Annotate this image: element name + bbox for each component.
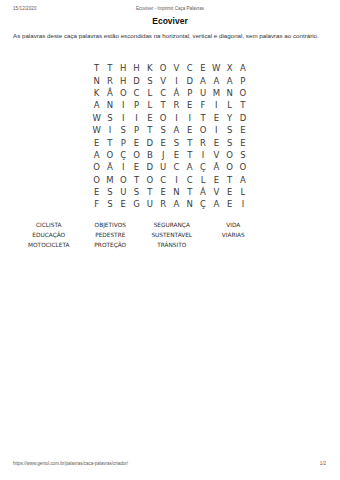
- grid-cell-r4c1: A: [90, 99, 103, 111]
- grid-cell-r12c3: E: [117, 198, 130, 210]
- word-list-item: EDUCAÇÃO: [18, 230, 80, 240]
- grid-cell-r6c12: E: [236, 124, 249, 136]
- grid-cell-r11c3: U: [117, 186, 130, 198]
- grid-cell-r6c11: S: [223, 124, 236, 136]
- grid-cell-r6c9: O: [196, 124, 209, 136]
- grid-cell-r6c2: I: [103, 124, 116, 136]
- grid-cell-r1c4: H: [130, 62, 143, 74]
- grid-cell-r2c7: I: [170, 74, 183, 86]
- grid-cell-r9c10: Ã: [210, 161, 223, 173]
- grid-cell-r9c1: O: [90, 161, 103, 173]
- grid-cell-r4c12: T: [236, 99, 249, 111]
- grid-cell-r11c10: V: [210, 186, 223, 198]
- grid-cell-r11c2: S: [103, 186, 116, 198]
- grid-cell-r4c8: E: [183, 99, 196, 111]
- grid-cell-r5c11: Y: [223, 112, 236, 124]
- grid-cell-r8c12: S: [236, 149, 249, 161]
- grid-cell-r11c6: E: [156, 186, 169, 198]
- grid-cell-r4c9: F: [196, 99, 209, 111]
- grid-cell-r10c5: O: [143, 174, 156, 186]
- word-search-grid: TTHHKOVCEWXANRHDSVIDAAAPKÂOCLCÁPUMNOANIP…: [90, 62, 250, 211]
- word-list-column-4: VIDAVIÁRIAS: [203, 220, 265, 240]
- grid-cell-r3c9: U: [196, 87, 209, 99]
- grid-cell-r1c5: K: [143, 62, 156, 74]
- grid-cell-r10c8: C: [183, 174, 196, 186]
- grid-cell-r12c1: F: [90, 198, 103, 210]
- grid-cell-r10c7: I: [170, 174, 183, 186]
- grid-cell-r10c4: T: [130, 174, 143, 186]
- grid-cell-r6c3: S: [117, 124, 130, 136]
- grid-cell-r10c9: L: [196, 174, 209, 186]
- grid-cell-r5c2: S: [103, 112, 116, 124]
- grid-cell-r9c2: Ã: [103, 161, 116, 173]
- word-list-item: PROTEÇÃO: [80, 240, 142, 250]
- grid-cell-r2c3: H: [117, 74, 130, 86]
- grid-cell-r2c4: D: [130, 74, 143, 86]
- word-list-item: VIÁRIAS: [203, 230, 265, 240]
- grid-cell-r10c12: A: [236, 174, 249, 186]
- grid-cell-r2c9: A: [196, 74, 209, 86]
- grid-cell-r4c6: T: [156, 99, 169, 111]
- grid-cell-r8c9: I: [196, 149, 209, 161]
- grid-cell-r9c7: C: [170, 161, 183, 173]
- grid-cell-r7c5: D: [143, 136, 156, 148]
- word-list: CICLISTAEDUCAÇÃOMOTOCICLETAOBJETIVOSPEDE…: [18, 220, 264, 250]
- printed-page: 15/12/2020 Ecoviver - Imprimir Caça Pala…: [0, 0, 340, 480]
- grid-cell-r5c10: E: [210, 112, 223, 124]
- grid-cell-r5c12: D: [236, 112, 249, 124]
- grid-cell-r3c5: L: [143, 87, 156, 99]
- grid-cell-r11c1: E: [90, 186, 103, 198]
- grid-cell-r6c5: T: [143, 124, 156, 136]
- grid-cell-r5c3: I: [117, 112, 130, 124]
- grid-cell-r7c4: E: [130, 136, 143, 148]
- grid-cell-r12c6: R: [156, 198, 169, 210]
- grid-cell-r12c4: G: [130, 198, 143, 210]
- grid-cell-r6c8: E: [183, 124, 196, 136]
- grid-cell-r6c1: W: [90, 124, 103, 136]
- grid-cell-r3c7: Á: [170, 87, 183, 99]
- grid-cell-r5c8: I: [183, 112, 196, 124]
- grid-cell-r3c11: N: [223, 87, 236, 99]
- grid-cell-r6c7: A: [170, 124, 183, 136]
- grid-cell-r11c12: L: [236, 186, 249, 198]
- grid-cell-r3c8: P: [183, 87, 196, 99]
- grid-cell-r11c9: Á: [196, 186, 209, 198]
- grid-cell-r7c7: S: [170, 136, 183, 148]
- grid-cell-r12c2: S: [103, 198, 116, 210]
- word-list-item: SUSTENTÁVEL: [141, 230, 203, 240]
- grid-cell-r2c8: D: [183, 74, 196, 86]
- grid-cell-r12c10: A: [210, 198, 223, 210]
- grid-cell-r5c1: W: [90, 112, 103, 124]
- word-list-column-2: OBJETIVOSPEDESTREPROTEÇÃO: [80, 220, 142, 250]
- grid-cell-r2c5: S: [143, 74, 156, 86]
- grid-cell-r7c8: T: [183, 136, 196, 148]
- grid-cell-r7c1: E: [90, 136, 103, 148]
- word-list-item: OBJETIVOS: [80, 220, 142, 230]
- grid-cell-r4c5: L: [143, 99, 156, 111]
- grid-cell-r8c5: B: [143, 149, 156, 161]
- grid-cell-r7c3: P: [117, 136, 130, 148]
- grid-cell-r3c6: C: [156, 87, 169, 99]
- grid-cell-r1c12: A: [236, 62, 249, 74]
- word-list-item: MOTOCICLETA: [18, 240, 80, 250]
- grid-cell-r2c2: R: [103, 74, 116, 86]
- grid-cell-r12c9: Ç: [196, 198, 209, 210]
- grid-cell-r12c8: N: [183, 198, 196, 210]
- grid-cell-r11c11: E: [223, 186, 236, 198]
- grid-cell-r1c2: T: [103, 62, 116, 74]
- grid-cell-r10c1: O: [90, 174, 103, 186]
- grid-cell-r5c6: O: [156, 112, 169, 124]
- grid-cell-r7c6: E: [156, 136, 169, 148]
- grid-cell-r4c10: I: [210, 99, 223, 111]
- grid-cell-r5c9: T: [196, 112, 209, 124]
- grid-cell-r7c2: T: [103, 136, 116, 148]
- grid-cell-r9c3: I: [117, 161, 130, 173]
- grid-cell-r8c3: Ç: [117, 149, 130, 161]
- grid-cell-r12c12: I: [236, 198, 249, 210]
- grid-cell-r3c2: Â: [103, 87, 116, 99]
- grid-cell-r2c6: V: [156, 74, 169, 86]
- grid-cell-r2c10: A: [210, 74, 223, 86]
- word-list-item: TRÂNSITO: [141, 240, 203, 250]
- word-list-item: PEDESTRE: [80, 230, 142, 240]
- grid-cell-r2c11: A: [223, 74, 236, 86]
- grid-cell-r3c12: O: [236, 87, 249, 99]
- grid-cell-r10c11: T: [223, 174, 236, 186]
- grid-cell-r3c1: K: [90, 87, 103, 99]
- grid-cell-r3c10: M: [210, 87, 223, 99]
- grid-cell-r6c10: I: [210, 124, 223, 136]
- print-footer-url: https://www.geniol.com.br/palavras/caca-…: [13, 461, 128, 466]
- grid-cell-r10c10: E: [210, 174, 223, 186]
- grid-cell-r9c12: O: [236, 161, 249, 173]
- grid-cell-r8c6: J: [156, 149, 169, 161]
- grid-cell-r6c4: P: [130, 124, 143, 136]
- grid-cell-r1c11: X: [223, 62, 236, 74]
- grid-cell-r11c8: T: [183, 186, 196, 198]
- grid-cell-r11c7: N: [170, 186, 183, 198]
- grid-cell-r8c8: T: [183, 149, 196, 161]
- grid-cell-r6c6: S: [156, 124, 169, 136]
- grid-cell-r12c11: E: [223, 198, 236, 210]
- page-title: Ecoviver: [0, 16, 340, 26]
- grid-cell-r4c2: N: [103, 99, 116, 111]
- grid-cell-r5c4: I: [130, 112, 143, 124]
- grid-cell-r8c4: O: [130, 149, 143, 161]
- word-list-column-1: CICLISTAEDUCAÇÃOMOTOCICLETA: [18, 220, 80, 250]
- word-list-column-3: SEGURANÇASUSTENTÁVELTRÂNSITO: [141, 220, 203, 250]
- grid-cell-r8c7: E: [170, 149, 183, 161]
- grid-cell-r10c2: M: [103, 174, 116, 186]
- grid-cell-r4c11: L: [223, 99, 236, 111]
- grid-cell-r1c1: T: [90, 62, 103, 74]
- word-list-item: VIDA: [203, 220, 265, 230]
- grid-cell-r1c10: W: [210, 62, 223, 74]
- grid-cell-r12c5: U: [143, 198, 156, 210]
- grid-cell-r1c9: E: [196, 62, 209, 74]
- grid-cell-r4c4: P: [130, 99, 143, 111]
- grid-cell-r11c4: S: [130, 186, 143, 198]
- grid-cell-r5c7: I: [170, 112, 183, 124]
- grid-cell-r9c5: D: [143, 161, 156, 173]
- grid-cell-r2c1: N: [90, 74, 103, 86]
- grid-cell-r2c12: P: [236, 74, 249, 86]
- grid-cell-r11c5: T: [143, 186, 156, 198]
- grid-cell-r7c9: R: [196, 136, 209, 148]
- grid-cell-r4c7: R: [170, 99, 183, 111]
- grid-cell-r7c10: E: [210, 136, 223, 148]
- print-footer-page-number: 1/2: [320, 461, 326, 466]
- word-list-item: SEGURANÇA: [141, 220, 203, 230]
- grid-cell-r9c11: O: [223, 161, 236, 173]
- grid-cell-r8c11: O: [223, 149, 236, 161]
- grid-cell-r3c4: C: [130, 87, 143, 99]
- grid-cell-r1c6: O: [156, 62, 169, 74]
- grid-cell-r10c6: C: [156, 174, 169, 186]
- grid-cell-r1c3: H: [117, 62, 130, 74]
- grid-cell-r8c10: V: [210, 149, 223, 161]
- grid-cell-r7c11: S: [223, 136, 236, 148]
- grid-cell-r9c6: U: [156, 161, 169, 173]
- grid-cell-r1c8: C: [183, 62, 196, 74]
- grid-cell-r5c5: E: [143, 112, 156, 124]
- grid-cell-r7c12: E: [236, 136, 249, 148]
- grid-cell-r1c7: V: [170, 62, 183, 74]
- grid-cell-r9c4: E: [130, 161, 143, 173]
- grid-cell-r10c3: O: [117, 174, 130, 186]
- grid-cell-r9c9: Ç: [196, 161, 209, 173]
- grid-cell-r4c3: I: [117, 99, 130, 111]
- print-header-title: Ecoviver - Imprimir Caça Palavras: [0, 6, 340, 11]
- puzzle-instructions: As palavras deste caça palavras estão es…: [13, 31, 326, 40]
- word-list-item: CICLISTA: [18, 220, 80, 230]
- grid-cell-r12c7: A: [170, 198, 183, 210]
- grid-cell-r8c1: A: [90, 149, 103, 161]
- grid-cell-r8c2: O: [103, 149, 116, 161]
- grid-cell-r9c8: A: [183, 161, 196, 173]
- grid-cell-r3c3: O: [117, 87, 130, 99]
